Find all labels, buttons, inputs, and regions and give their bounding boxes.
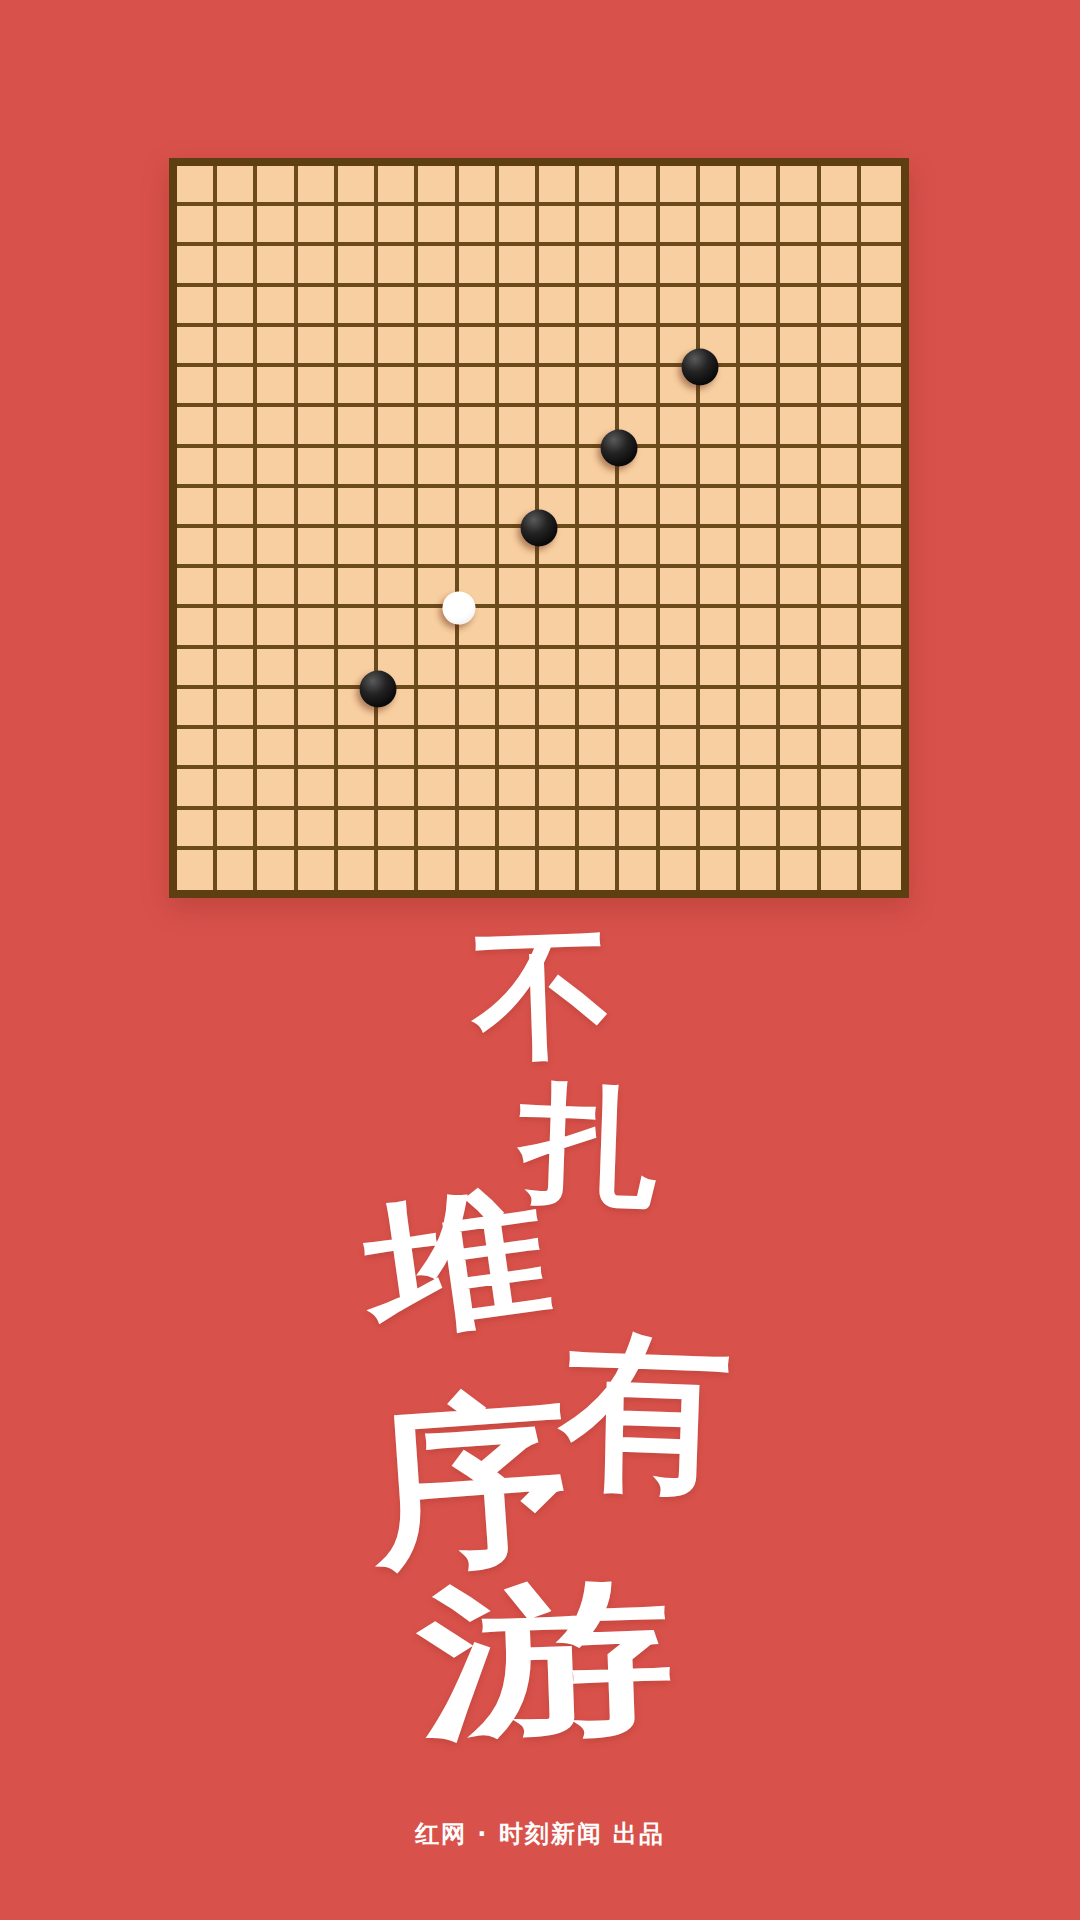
poster: 不扎堆有序游 红网 · 时刻新闻 出品 bbox=[0, 0, 1080, 1920]
title-char-4: 有 bbox=[558, 1325, 734, 1501]
title-char-6: 游 bbox=[416, 1573, 677, 1747]
title-char-5: 序 bbox=[366, 1386, 576, 1579]
title-char-1: 不 bbox=[471, 924, 616, 1069]
poster-title: 不扎堆有序游 bbox=[0, 0, 1080, 1920]
credit-line: 红网 · 时刻新闻 出品 bbox=[0, 1818, 1080, 1850]
title-char-3: 堆 bbox=[358, 1178, 558, 1347]
